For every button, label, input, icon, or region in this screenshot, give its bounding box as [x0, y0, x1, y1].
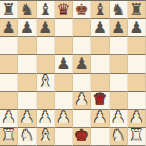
square-h1[interactable]: ♜ [128, 128, 146, 146]
chess-board: ♜♞♝♛♚♝♞♜♟♟♟♟♟♟♟♟♝♟♛♟♟♟♟♟♟♟♜♞♝♚♞♜ [0, 0, 146, 146]
square-e1[interactable]: ♚ [73, 128, 91, 146]
piece-black-knight[interactable]: ♞ [111, 1, 125, 17]
piece-black-pawn[interactable]: ♟ [74, 55, 88, 71]
square-a6[interactable] [0, 37, 18, 55]
square-f6[interactable] [91, 37, 109, 55]
square-f7[interactable]: ♟ [91, 19, 109, 37]
piece-white-knight[interactable]: ♞ [111, 128, 125, 144]
piece-white-queen[interactable]: ♛ [93, 92, 107, 108]
square-c7[interactable]: ♟ [37, 19, 55, 37]
square-f5[interactable] [91, 55, 109, 73]
piece-black-queen[interactable]: ♛ [56, 1, 70, 17]
piece-black-pawn[interactable]: ♟ [93, 19, 107, 35]
piece-white-pawn[interactable]: ♟ [74, 92, 88, 108]
piece-white-rook[interactable]: ♜ [1, 128, 15, 144]
piece-white-rook[interactable]: ♜ [129, 128, 143, 144]
piece-black-bishop[interactable]: ♝ [93, 1, 107, 17]
square-d4[interactable] [55, 74, 73, 92]
piece-white-pawn[interactable]: ♟ [56, 110, 70, 126]
piece-black-rook[interactable]: ♜ [1, 1, 15, 17]
square-b5[interactable] [18, 55, 36, 73]
square-d1[interactable] [55, 128, 73, 146]
piece-black-rook[interactable]: ♜ [129, 1, 143, 17]
piece-white-knight[interactable]: ♞ [20, 128, 34, 144]
square-h7[interactable]: ♟ [128, 19, 146, 37]
piece-white-bishop[interactable]: ♝ [38, 74, 52, 90]
piece-black-king[interactable]: ♚ [74, 1, 88, 17]
piece-white-pawn[interactable]: ♟ [1, 110, 15, 126]
piece-white-pawn[interactable]: ♟ [38, 110, 52, 126]
piece-black-pawn[interactable]: ♟ [1, 19, 15, 35]
piece-black-knight[interactable]: ♞ [20, 1, 34, 17]
square-h5[interactable] [128, 55, 146, 73]
square-g6[interactable] [110, 37, 128, 55]
square-g7[interactable]: ♟ [110, 19, 128, 37]
square-g4[interactable] [110, 74, 128, 92]
piece-black-bishop[interactable]: ♝ [38, 1, 52, 17]
piece-white-king[interactable]: ♚ [74, 128, 88, 144]
square-g1[interactable]: ♞ [110, 128, 128, 146]
square-c1[interactable]: ♝ [37, 128, 55, 146]
piece-black-pawn[interactable]: ♟ [38, 19, 52, 35]
piece-white-pawn[interactable]: ♟ [93, 110, 107, 126]
square-f2[interactable]: ♟ [91, 110, 109, 128]
square-a4[interactable] [0, 74, 18, 92]
square-d2[interactable]: ♟ [55, 110, 73, 128]
square-e3[interactable]: ♟ [73, 92, 91, 110]
piece-black-pawn[interactable]: ♟ [129, 19, 143, 35]
square-e5[interactable]: ♟ [73, 55, 91, 73]
square-d8[interactable]: ♛ [55, 1, 73, 19]
square-b4[interactable] [18, 74, 36, 92]
piece-black-pawn[interactable]: ♟ [20, 19, 34, 35]
square-c6[interactable] [37, 37, 55, 55]
square-d7[interactable] [55, 19, 73, 37]
square-d5[interactable]: ♟ [55, 55, 73, 73]
piece-white-pawn[interactable]: ♟ [129, 110, 143, 126]
piece-white-bishop[interactable]: ♝ [38, 128, 52, 144]
square-a1[interactable]: ♜ [0, 128, 18, 146]
piece-white-pawn[interactable]: ♟ [20, 110, 34, 126]
piece-black-pawn[interactable]: ♟ [56, 55, 70, 71]
square-h4[interactable] [128, 74, 146, 92]
square-g5[interactable] [110, 55, 128, 73]
square-a5[interactable] [0, 55, 18, 73]
square-c4[interactable]: ♝ [37, 74, 55, 92]
piece-white-pawn[interactable]: ♟ [111, 110, 125, 126]
square-b7[interactable]: ♟ [18, 19, 36, 37]
square-e8[interactable]: ♚ [73, 1, 91, 19]
square-b1[interactable]: ♞ [18, 128, 36, 146]
piece-black-pawn[interactable]: ♟ [111, 19, 125, 35]
square-a7[interactable]: ♟ [0, 19, 18, 37]
square-f1[interactable] [91, 128, 109, 146]
square-b6[interactable] [18, 37, 36, 55]
square-h6[interactable] [128, 37, 146, 55]
square-e7[interactable] [73, 19, 91, 37]
